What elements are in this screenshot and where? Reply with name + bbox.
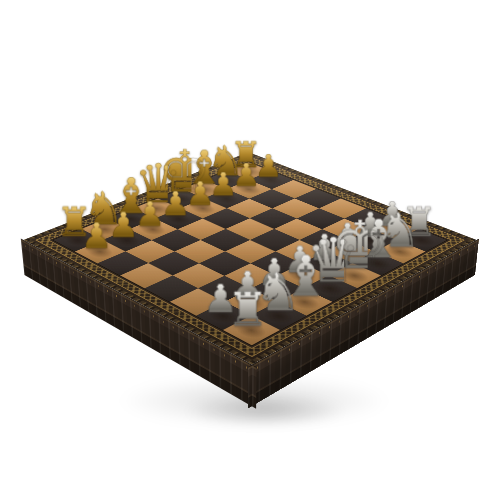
piece-gold-pawn-a2[interactable]: ♟ [78, 218, 114, 253]
perspective-stage: ♜♟♟♜♞♟♟♞♝♟♟♝♚♟♟♚♛♟♟♛♝♟♟♝♞♟♟♞♜♟♟♜ [0, 0, 480, 480]
product-photo-scene: ♜♟♟♜♞♟♟♞♝♟♟♝♚♟♟♚♛♟♟♛♝♟♟♝♞♟♟♞♜♟♟♜ [0, 0, 480, 480]
piece-silver-rook-a8[interactable]: ♜ [227, 286, 267, 332]
board-top: ♜♟♟♜♞♟♟♞♝♟♟♝♚♟♟♚♛♟♟♛♝♟♟♝♞♟♟♞♜♟♟♜ [24, 152, 477, 364]
chess-case: ♜♟♟♜♞♟♟♞♝♟♟♝♚♟♟♚♛♟♟♛♝♟♟♝♞♟♟♞♜♟♟♜ [24, 152, 477, 364]
